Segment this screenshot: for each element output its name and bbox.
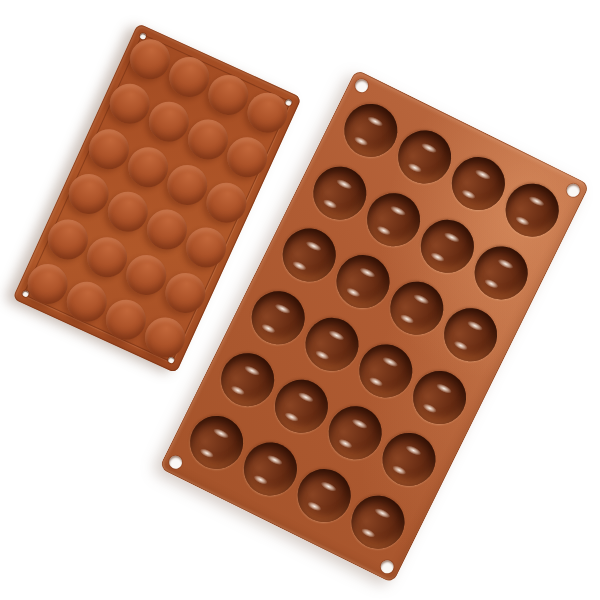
specular-glint [291, 259, 308, 272]
hemisphere-cavity [389, 122, 460, 193]
hemisphere-cavity [289, 460, 360, 531]
hemisphere-cavity [335, 95, 406, 166]
hemisphere-cavity [374, 424, 445, 495]
specular-glint [352, 135, 369, 148]
hemisphere-cavity [242, 282, 313, 353]
hemisphere-cavity [235, 433, 306, 504]
hemisphere-cavity [405, 362, 476, 433]
specular-glint [399, 313, 416, 326]
specular-glint [422, 402, 439, 415]
specular-glint [260, 322, 277, 335]
hemisphere-cavity [497, 175, 568, 246]
hemisphere-cavity [304, 157, 375, 228]
hemisphere-cavity [212, 344, 283, 415]
hemisphere-cavity [435, 300, 506, 371]
specular-glint [435, 382, 453, 396]
specular-glint [389, 204, 407, 218]
specular-glint [391, 464, 408, 477]
specular-glint [266, 453, 284, 467]
hemisphere-cavity [327, 246, 398, 317]
specular-glint [320, 480, 338, 494]
specular-glint [466, 319, 484, 333]
specular-glint [345, 286, 362, 299]
specular-glint [322, 197, 339, 210]
specular-glint [229, 384, 246, 397]
specular-glint [376, 224, 393, 237]
specular-glint [337, 437, 354, 450]
specular-glint [273, 302, 291, 316]
specular-glint [296, 391, 314, 405]
specular-glint [212, 426, 230, 440]
hemisphere-cavity [358, 184, 429, 255]
specular-glint [420, 141, 438, 155]
specular-glint [198, 446, 215, 459]
specular-glint [474, 168, 492, 182]
specular-glint [360, 526, 377, 539]
specular-glint [350, 417, 368, 431]
specular-glint [368, 375, 385, 388]
specular-glint [366, 115, 384, 129]
specular-glint [460, 188, 477, 201]
specular-glint [306, 500, 323, 513]
specular-glint [358, 266, 376, 280]
hemisphere-cavity [412, 211, 483, 282]
specular-glint [412, 293, 430, 307]
specular-glint [381, 355, 399, 369]
specular-glint [497, 257, 515, 271]
photo-canvas [0, 0, 600, 600]
specular-glint [484, 277, 501, 290]
hemisphere-cavity [273, 220, 344, 291]
specular-glint [404, 444, 422, 458]
specular-glint [304, 239, 322, 253]
hemisphere-cavity [443, 148, 514, 219]
specular-glint [374, 506, 392, 520]
specular-glint [430, 250, 447, 263]
hemisphere-cavity [320, 398, 391, 469]
specular-glint [528, 195, 546, 209]
specular-glint [335, 177, 353, 191]
specular-glint [443, 230, 461, 244]
hemisphere-cavity [343, 487, 414, 558]
specular-glint [314, 348, 331, 361]
hemisphere-cavity [297, 309, 368, 380]
hemisphere-cavity [351, 335, 422, 406]
specular-glint [252, 473, 269, 486]
hemisphere-cavity [466, 237, 537, 308]
specular-glint [514, 215, 531, 228]
specular-glint [283, 411, 300, 424]
hemisphere-cavity [181, 407, 252, 478]
specular-glint [242, 364, 260, 378]
hemisphere-cavity [266, 371, 337, 442]
specular-glint [453, 339, 470, 352]
specular-glint [327, 328, 345, 342]
hemisphere-cavity [381, 273, 452, 344]
specular-glint [406, 161, 423, 174]
